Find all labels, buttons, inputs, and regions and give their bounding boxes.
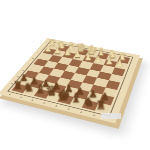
watermark xyxy=(101,113,121,119)
brown-knight: ♞ xyxy=(19,81,39,93)
chess-board: ♜♞♝♛♚♝♞♜♟♟♟♟♟♟♟♟♟♟♟♟♟♟♟♟♜♞♝♛♚♝♞♜ xyxy=(0,38,140,123)
photo-scene: ♜♞♝♛♚♝♞♜♟♟♟♟♟♟♟♟♟♟♟♟♟♟♟♟♜♞♝♛♚♝♞♜ xyxy=(0,0,150,150)
board-square: ♟ xyxy=(114,62,127,70)
board-square xyxy=(86,69,100,78)
board-square xyxy=(111,67,125,76)
